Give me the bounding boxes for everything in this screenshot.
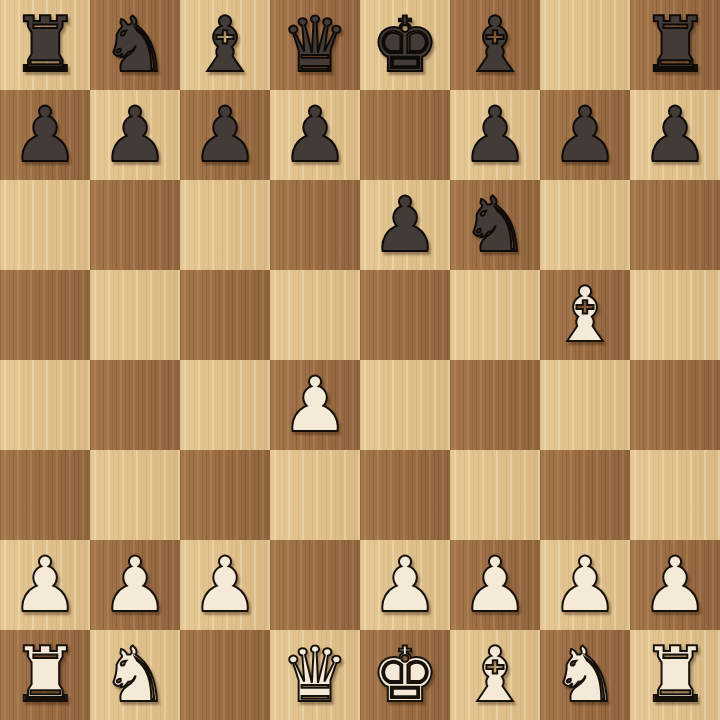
square-g4[interactable] — [540, 360, 630, 450]
square-b3[interactable] — [90, 450, 180, 540]
square-h5[interactable] — [630, 270, 720, 360]
square-b1[interactable]: ♞ — [90, 630, 180, 720]
square-f2[interactable]: ♟ — [450, 540, 540, 630]
piece-white-bishop[interactable]: ♝ — [551, 270, 619, 360]
square-d6[interactable] — [270, 180, 360, 270]
square-a5[interactable] — [0, 270, 90, 360]
square-e5[interactable] — [360, 270, 450, 360]
square-e6[interactable]: ♟ — [360, 180, 450, 270]
square-b6[interactable] — [90, 180, 180, 270]
piece-black-bishop[interactable]: ♝ — [461, 0, 529, 90]
piece-white-pawn[interactable]: ♟ — [371, 540, 439, 630]
piece-white-pawn[interactable]: ♟ — [11, 540, 79, 630]
piece-white-knight[interactable]: ♞ — [101, 630, 169, 720]
piece-black-pawn[interactable]: ♟ — [371, 180, 439, 270]
piece-white-pawn[interactable]: ♟ — [461, 540, 529, 630]
piece-white-rook[interactable]: ♜ — [11, 630, 79, 720]
piece-black-rook[interactable]: ♜ — [641, 0, 709, 90]
square-d3[interactable] — [270, 450, 360, 540]
square-h6[interactable] — [630, 180, 720, 270]
square-g1[interactable]: ♞ — [540, 630, 630, 720]
square-c3[interactable] — [180, 450, 270, 540]
square-d7[interactable]: ♟ — [270, 90, 360, 180]
square-c6[interactable] — [180, 180, 270, 270]
square-g6[interactable] — [540, 180, 630, 270]
square-g8[interactable] — [540, 0, 630, 90]
square-e1[interactable]: ♚ — [360, 630, 450, 720]
piece-white-pawn[interactable]: ♟ — [281, 360, 349, 450]
square-d4[interactable]: ♟ — [270, 360, 360, 450]
piece-black-king[interactable]: ♚ — [371, 0, 439, 90]
square-h4[interactable] — [630, 360, 720, 450]
square-h3[interactable] — [630, 450, 720, 540]
square-a3[interactable] — [0, 450, 90, 540]
square-e2[interactable]: ♟ — [360, 540, 450, 630]
piece-black-bishop[interactable]: ♝ — [191, 0, 259, 90]
square-b8[interactable]: ♞ — [90, 0, 180, 90]
square-a8[interactable]: ♜ — [0, 0, 90, 90]
square-g3[interactable] — [540, 450, 630, 540]
square-c4[interactable] — [180, 360, 270, 450]
square-f1[interactable]: ♝ — [450, 630, 540, 720]
square-b5[interactable] — [90, 270, 180, 360]
square-c7[interactable]: ♟ — [180, 90, 270, 180]
square-f5[interactable] — [450, 270, 540, 360]
piece-white-king[interactable]: ♚ — [371, 630, 439, 720]
square-a1[interactable]: ♜ — [0, 630, 90, 720]
square-h7[interactable]: ♟ — [630, 90, 720, 180]
square-c1[interactable] — [180, 630, 270, 720]
piece-white-knight[interactable]: ♞ — [551, 630, 619, 720]
square-d2[interactable] — [270, 540, 360, 630]
square-h2[interactable]: ♟ — [630, 540, 720, 630]
piece-white-rook[interactable]: ♜ — [641, 630, 709, 720]
square-e4[interactable] — [360, 360, 450, 450]
square-b2[interactable]: ♟ — [90, 540, 180, 630]
square-b7[interactable]: ♟ — [90, 90, 180, 180]
piece-black-pawn[interactable]: ♟ — [281, 90, 349, 180]
piece-black-knight[interactable]: ♞ — [101, 0, 169, 90]
square-c8[interactable]: ♝ — [180, 0, 270, 90]
piece-black-queen[interactable]: ♛ — [281, 0, 349, 90]
piece-black-rook[interactable]: ♜ — [11, 0, 79, 90]
piece-black-pawn[interactable]: ♟ — [461, 90, 529, 180]
piece-white-pawn[interactable]: ♟ — [551, 540, 619, 630]
square-f6[interactable]: ♞ — [450, 180, 540, 270]
square-b4[interactable] — [90, 360, 180, 450]
square-c5[interactable] — [180, 270, 270, 360]
square-h1[interactable]: ♜ — [630, 630, 720, 720]
piece-black-knight[interactable]: ♞ — [461, 180, 529, 270]
piece-white-pawn[interactable]: ♟ — [641, 540, 709, 630]
square-h8[interactable]: ♜ — [630, 0, 720, 90]
square-a6[interactable] — [0, 180, 90, 270]
square-e3[interactable] — [360, 450, 450, 540]
square-e7[interactable] — [360, 90, 450, 180]
square-e8[interactable]: ♚ — [360, 0, 450, 90]
piece-black-pawn[interactable]: ♟ — [191, 90, 259, 180]
piece-white-bishop[interactable]: ♝ — [461, 630, 529, 720]
chess-board: ♜♞♝♛♚♝♜♟♟♟♟♟♟♟♟♞♝♟♟♟♟♟♟♟♟♜♞♛♚♝♞♜ — [0, 0, 720, 720]
square-g2[interactable]: ♟ — [540, 540, 630, 630]
square-a7[interactable]: ♟ — [0, 90, 90, 180]
square-a2[interactable]: ♟ — [0, 540, 90, 630]
piece-white-pawn[interactable]: ♟ — [191, 540, 259, 630]
piece-white-queen[interactable]: ♛ — [281, 630, 349, 720]
piece-black-pawn[interactable]: ♟ — [641, 90, 709, 180]
square-c2[interactable]: ♟ — [180, 540, 270, 630]
piece-black-pawn[interactable]: ♟ — [101, 90, 169, 180]
piece-black-pawn[interactable]: ♟ — [551, 90, 619, 180]
piece-white-pawn[interactable]: ♟ — [101, 540, 169, 630]
square-d1[interactable]: ♛ — [270, 630, 360, 720]
square-a4[interactable] — [0, 360, 90, 450]
square-f3[interactable] — [450, 450, 540, 540]
square-f7[interactable]: ♟ — [450, 90, 540, 180]
square-f8[interactable]: ♝ — [450, 0, 540, 90]
square-d5[interactable] — [270, 270, 360, 360]
square-f4[interactable] — [450, 360, 540, 450]
square-d8[interactable]: ♛ — [270, 0, 360, 90]
piece-black-pawn[interactable]: ♟ — [11, 90, 79, 180]
square-g7[interactable]: ♟ — [540, 90, 630, 180]
square-g5[interactable]: ♝ — [540, 270, 630, 360]
